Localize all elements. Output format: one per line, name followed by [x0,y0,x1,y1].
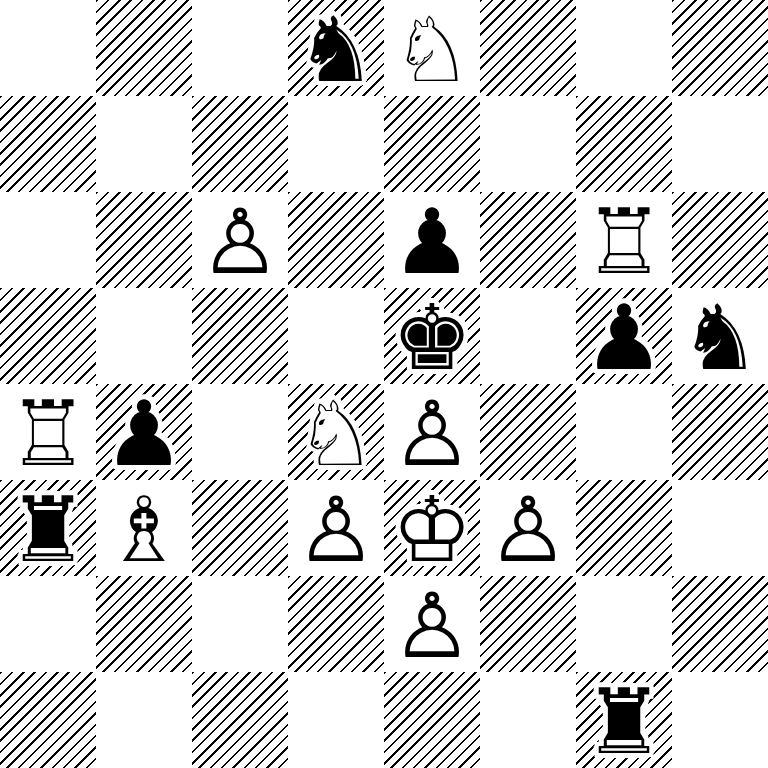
square-h7[interactable] [672,96,768,192]
white-knight-icon: ♘ [384,0,480,96]
white-pawn-c6: ♟♙ [192,192,288,288]
square-f4[interactable] [480,384,576,480]
rook-halo: ♜ [576,672,672,768]
square-b6[interactable] [96,192,192,288]
square-d3[interactable]: ♟♙ [288,480,384,576]
black-knight-d8: ♞♞ [288,0,384,96]
white-rook-icon: ♖ [0,384,96,480]
white-rook-a4: ♜♖ [0,384,96,480]
square-h6[interactable] [672,192,768,288]
knight-halo: ♞ [288,384,384,480]
black-pawn-icon: ♟ [384,192,480,288]
square-h5[interactable]: ♞♞ [672,288,768,384]
square-c6[interactable]: ♟♙ [192,192,288,288]
chess-diagram: ♞♞♞♘♟♙♟♟♜♖♚♚♟♟♞♞♜♖♟♟♞♘♟♙♜♜♝♗♟♙♚♔♟♙♟♙♜♜ [0,0,768,768]
square-c2[interactable] [192,576,288,672]
knight-halo: ♞ [672,288,768,384]
black-king-icon: ♚ [384,288,480,384]
square-e4[interactable]: ♟♙ [384,384,480,480]
square-g4[interactable] [576,384,672,480]
square-d6[interactable] [288,192,384,288]
white-knight-icon: ♘ [288,384,384,480]
pawn-halo: ♟ [384,576,480,672]
pawn-halo: ♟ [96,384,192,480]
square-e7[interactable] [384,96,480,192]
white-king-e3: ♚♔ [384,480,480,576]
black-rook-icon: ♜ [0,480,96,576]
black-pawn-icon: ♟ [96,384,192,480]
square-c7[interactable] [192,96,288,192]
white-bishop-icon: ♗ [96,480,192,576]
black-knight-icon: ♞ [288,0,384,96]
bishop-halo: ♝ [96,480,192,576]
square-e6[interactable]: ♟♟ [384,192,480,288]
square-a5[interactable] [0,288,96,384]
black-pawn-e6: ♟♟ [384,192,480,288]
square-a8[interactable] [0,0,96,96]
square-g3[interactable] [576,480,672,576]
square-h3[interactable] [672,480,768,576]
square-f6[interactable] [480,192,576,288]
square-c8[interactable] [192,0,288,96]
white-pawn-f3: ♟♙ [480,480,576,576]
black-rook-g1: ♜♜ [576,672,672,768]
pawn-halo: ♟ [288,480,384,576]
king-halo: ♚ [384,480,480,576]
white-pawn-icon: ♙ [480,480,576,576]
square-e2[interactable]: ♟♙ [384,576,480,672]
black-knight-h5: ♞♞ [672,288,768,384]
black-king-e5: ♚♚ [384,288,480,384]
black-pawn-b4: ♟♟ [96,384,192,480]
square-d4[interactable]: ♞♘ [288,384,384,480]
square-h4[interactable] [672,384,768,480]
square-c5[interactable] [192,288,288,384]
square-d8[interactable]: ♞♞ [288,0,384,96]
square-g1[interactable]: ♜♜ [576,672,672,768]
square-h1[interactable] [672,672,768,768]
square-f3[interactable]: ♟♙ [480,480,576,576]
square-d5[interactable] [288,288,384,384]
square-e8[interactable]: ♞♘ [384,0,480,96]
black-pawn-g5: ♟♟ [576,288,672,384]
white-knight-d4: ♞♘ [288,384,384,480]
pawn-halo: ♟ [384,384,480,480]
white-bishop-b3: ♝♗ [96,480,192,576]
white-pawn-icon: ♙ [384,576,480,672]
square-c1[interactable] [192,672,288,768]
square-h8[interactable] [672,0,768,96]
square-g8[interactable] [576,0,672,96]
square-c4[interactable] [192,384,288,480]
white-pawn-icon: ♙ [384,384,480,480]
black-pawn-icon: ♟ [576,288,672,384]
square-b4[interactable]: ♟♟ [96,384,192,480]
square-a6[interactable] [0,192,96,288]
square-c3[interactable] [192,480,288,576]
square-a1[interactable] [0,672,96,768]
rook-halo: ♜ [0,384,96,480]
pawn-halo: ♟ [576,288,672,384]
square-f8[interactable] [480,0,576,96]
square-e3[interactable]: ♚♔ [384,480,480,576]
square-b1[interactable] [96,672,192,768]
square-f2[interactable] [480,576,576,672]
black-rook-icon: ♜ [576,672,672,768]
white-rook-icon: ♖ [576,192,672,288]
square-f5[interactable] [480,288,576,384]
pawn-halo: ♟ [384,192,480,288]
knight-halo: ♞ [288,0,384,96]
pawn-halo: ♟ [192,192,288,288]
white-rook-g6: ♜♖ [576,192,672,288]
square-b3[interactable]: ♝♗ [96,480,192,576]
black-knight-icon: ♞ [672,288,768,384]
square-g6[interactable]: ♜♖ [576,192,672,288]
white-pawn-icon: ♙ [192,192,288,288]
square-e1[interactable] [384,672,480,768]
white-pawn-icon: ♙ [288,480,384,576]
square-b8[interactable] [96,0,192,96]
square-a4[interactable]: ♜♖ [0,384,96,480]
black-rook-a3: ♜♜ [0,480,96,576]
king-halo: ♚ [384,288,480,384]
square-f1[interactable] [480,672,576,768]
square-a3[interactable]: ♜♜ [0,480,96,576]
square-e5[interactable]: ♚♚ [384,288,480,384]
square-d1[interactable] [288,672,384,768]
square-g2[interactable] [576,576,672,672]
knight-halo: ♞ [384,0,480,96]
square-a7[interactable] [0,96,96,192]
white-pawn-e2: ♟♙ [384,576,480,672]
square-b7[interactable] [96,96,192,192]
square-f7[interactable] [480,96,576,192]
square-h2[interactable] [672,576,768,672]
rook-halo: ♜ [0,480,96,576]
square-b5[interactable] [96,288,192,384]
square-d2[interactable] [288,576,384,672]
square-g7[interactable] [576,96,672,192]
square-a2[interactable] [0,576,96,672]
white-king-icon: ♔ [384,480,480,576]
white-pawn-d3: ♟♙ [288,480,384,576]
square-b2[interactable] [96,576,192,672]
rook-halo: ♜ [576,192,672,288]
white-knight-e8: ♞♘ [384,0,480,96]
pawn-halo: ♟ [480,480,576,576]
white-pawn-e4: ♟♙ [384,384,480,480]
square-g5[interactable]: ♟♟ [576,288,672,384]
chess-board: ♞♞♞♘♟♙♟♟♜♖♚♚♟♟♞♞♜♖♟♟♞♘♟♙♜♜♝♗♟♙♚♔♟♙♟♙♜♜ [0,0,768,768]
square-d7[interactable] [288,96,384,192]
